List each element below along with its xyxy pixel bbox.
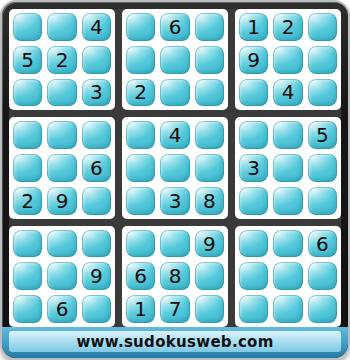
- sudoku-box-5: 438: [122, 117, 228, 218]
- cell-r1c4[interactable]: [126, 13, 155, 41]
- cell-r6c5[interactable]: 3: [160, 187, 189, 215]
- cell-r1c3[interactable]: 4: [82, 13, 111, 41]
- cell-r3c1[interactable]: [13, 79, 42, 107]
- cell-r6c1[interactable]: 2: [13, 187, 42, 215]
- cell-r8c3[interactable]: 9: [82, 262, 111, 290]
- cell-r9c1[interactable]: [13, 295, 42, 323]
- cell-r6c7[interactable]: [239, 187, 268, 215]
- cell-r9c9[interactable]: [308, 295, 337, 323]
- cell-r8c6[interactable]: [195, 262, 224, 290]
- cell-r9c4[interactable]: 1: [126, 295, 155, 323]
- cell-r8c8[interactable]: [273, 262, 302, 290]
- cell-r6c9[interactable]: [308, 187, 337, 215]
- cell-r5c5[interactable]: [160, 154, 189, 182]
- cell-r1c5[interactable]: 6: [160, 13, 189, 41]
- cell-r4c6[interactable]: [195, 121, 224, 149]
- cell-r7c3[interactable]: [82, 230, 111, 258]
- cell-r3c8[interactable]: 4: [273, 79, 302, 107]
- sudoku-box-7: 96: [9, 226, 115, 327]
- cell-r6c4[interactable]: [126, 187, 155, 215]
- cell-r5c8[interactable]: [273, 154, 302, 182]
- sudoku-app: 45236212946294385396968176 www.sudokuswe…: [0, 0, 350, 360]
- cell-r2c6[interactable]: [195, 46, 224, 74]
- cell-r3c3[interactable]: 3: [82, 79, 111, 107]
- cell-r3c2[interactable]: [47, 79, 76, 107]
- cell-r5c4[interactable]: [126, 154, 155, 182]
- sudoku-box-2: 62: [122, 9, 228, 110]
- cell-r2c7[interactable]: 9: [239, 46, 268, 74]
- cell-r5c7[interactable]: 3: [239, 154, 268, 182]
- cell-r2c9[interactable]: [308, 46, 337, 74]
- cell-r5c1[interactable]: [13, 154, 42, 182]
- cell-r9c7[interactable]: [239, 295, 268, 323]
- cell-r5c3[interactable]: 6: [82, 154, 111, 182]
- cell-r3c7[interactable]: [239, 79, 268, 107]
- cell-r2c4[interactable]: [126, 46, 155, 74]
- sudoku-box-4: 629: [9, 117, 115, 218]
- cell-r7c5[interactable]: [160, 230, 189, 258]
- cell-r9c3[interactable]: [82, 295, 111, 323]
- cell-r6c8[interactable]: [273, 187, 302, 215]
- cell-r7c7[interactable]: [239, 230, 268, 258]
- cell-r1c7[interactable]: 1: [239, 13, 268, 41]
- sudoku-board-frame: 45236212946294385396968176 www.sudokuswe…: [0, 0, 350, 360]
- sudoku-box-1: 4523: [9, 9, 115, 110]
- cell-r4c1[interactable]: [13, 121, 42, 149]
- cell-r4c4[interactable]: [126, 121, 155, 149]
- footer-band: www.sudokusweb.com: [2, 327, 348, 358]
- cell-r5c2[interactable]: [47, 154, 76, 182]
- cell-r4c7[interactable]: [239, 121, 268, 149]
- cell-r2c3[interactable]: [82, 46, 111, 74]
- cell-r6c2[interactable]: 9: [47, 187, 76, 215]
- cell-r7c2[interactable]: [47, 230, 76, 258]
- cell-r4c8[interactable]: [273, 121, 302, 149]
- cell-r7c8[interactable]: [273, 230, 302, 258]
- cell-r3c4[interactable]: 2: [126, 79, 155, 107]
- cell-r8c5[interactable]: 8: [160, 262, 189, 290]
- sudoku-box-6: 53: [235, 117, 341, 218]
- cell-r8c7[interactable]: [239, 262, 268, 290]
- cell-r3c5[interactable]: [160, 79, 189, 107]
- cell-r9c6[interactable]: [195, 295, 224, 323]
- cell-r7c9[interactable]: 6: [308, 230, 337, 258]
- cell-r2c5[interactable]: [160, 46, 189, 74]
- cell-r5c9[interactable]: [308, 154, 337, 182]
- cell-r3c9[interactable]: [308, 79, 337, 107]
- cell-r3c6[interactable]: [195, 79, 224, 107]
- sudoku-box-3: 1294: [235, 9, 341, 110]
- cell-r4c9[interactable]: 5: [308, 121, 337, 149]
- sudoku-box-8: 96817: [122, 226, 228, 327]
- cell-r1c6[interactable]: [195, 13, 224, 41]
- sudoku-grid: 45236212946294385396968176: [9, 9, 341, 327]
- sudokusweb-link[interactable]: www.sudokusweb.com: [9, 331, 341, 352]
- cell-r4c5[interactable]: 4: [160, 121, 189, 149]
- cell-r6c3[interactable]: [82, 187, 111, 215]
- cell-r1c8[interactable]: 2: [273, 13, 302, 41]
- cell-r2c2[interactable]: 2: [47, 46, 76, 74]
- cell-r7c4[interactable]: [126, 230, 155, 258]
- cell-r2c8[interactable]: [273, 46, 302, 74]
- cell-r8c1[interactable]: [13, 262, 42, 290]
- cell-r7c1[interactable]: [13, 230, 42, 258]
- cell-r8c4[interactable]: 6: [126, 262, 155, 290]
- cell-r7c6[interactable]: 9: [195, 230, 224, 258]
- cell-r8c9[interactable]: [308, 262, 337, 290]
- cell-r1c1[interactable]: [13, 13, 42, 41]
- cell-r1c9[interactable]: [308, 13, 337, 41]
- cell-r6c6[interactable]: 8: [195, 187, 224, 215]
- cell-r1c2[interactable]: [47, 13, 76, 41]
- cell-r9c5[interactable]: 7: [160, 295, 189, 323]
- cell-r9c2[interactable]: 6: [47, 295, 76, 323]
- cell-r4c2[interactable]: [47, 121, 76, 149]
- cell-r8c2[interactable]: [47, 262, 76, 290]
- cell-r2c1[interactable]: 5: [13, 46, 42, 74]
- cell-r4c3[interactable]: [82, 121, 111, 149]
- sudoku-box-9: 6: [235, 226, 341, 327]
- cell-r9c8[interactable]: [273, 295, 302, 323]
- cell-r5c6[interactable]: [195, 154, 224, 182]
